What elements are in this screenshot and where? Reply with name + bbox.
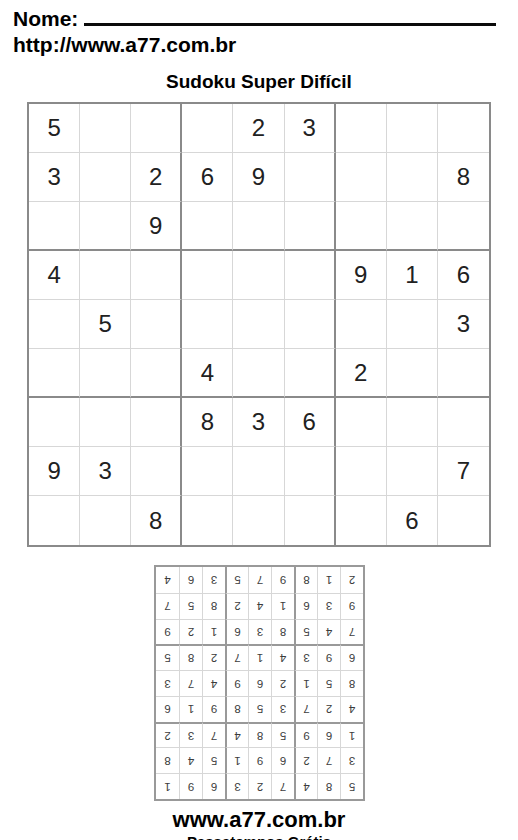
solution-cell-r5c1: 8 [340,670,363,696]
solution-cell-r6c8: 8 [179,644,202,670]
cell-r7c2[interactable] [80,398,131,447]
cell-r4c6[interactable] [285,251,336,300]
solution-cell-r1c5: 2 [248,773,271,799]
solution-cell-r4c3: 7 [294,696,317,722]
cell-r8c8[interactable] [387,447,438,496]
cell-r7c7[interactable] [336,398,387,447]
solution-cell-r4c2: 2 [317,696,340,722]
cell-r7c6[interactable]: 6 [285,398,336,447]
page-title: Sudoku Super Difícil [0,71,518,93]
solution-cell-r5c5: 6 [248,670,271,696]
cell-r2c5[interactable]: 9 [233,153,284,202]
solution-cell-r8c8: 5 [179,593,202,619]
cell-r5c8[interactable] [387,300,438,349]
sudoku-grid: 5233269894916534283693786 [27,102,491,547]
footer-site: www.a77.com.br [0,808,518,832]
cell-r8c9[interactable]: 7 [438,447,489,496]
cell-r2c1[interactable]: 3 [29,153,80,202]
cell-r4c1[interactable]: 4 [29,251,80,300]
solution-cell-r3c5: 8 [248,722,271,748]
cell-r2c6[interactable] [285,153,336,202]
cell-r3c2[interactable] [80,202,131,251]
solution-cell-r6c7: 2 [202,644,225,670]
cell-r5c7[interactable] [336,300,387,349]
cell-r7c4[interactable]: 8 [182,398,233,447]
solution-cell-r9c3: 8 [294,567,317,593]
page-footer: www.a77.com.br Passatempos Grátis [0,808,518,840]
cell-r5c5[interactable] [233,300,284,349]
cell-r1c8[interactable] [387,104,438,153]
solution-cell-r7c5: 3 [248,619,271,645]
cell-r3c5[interactable] [233,202,284,251]
solution-cell-r8c9: 7 [156,593,179,619]
solution-cell-r6c6: 7 [225,644,248,670]
cell-r6c5[interactable] [233,349,284,398]
solution-cell-r2c6: 1 [225,747,248,773]
solution-cell-r9c2: 1 [317,567,340,593]
solution-cell-r4c6: 8 [225,696,248,722]
cell-r1c6[interactable]: 3 [285,104,336,153]
solution-cell-r6c9: 5 [156,644,179,670]
solution-cell-r3c8: 3 [179,722,202,748]
solution-cell-r6c4: 4 [271,644,294,670]
solution-cell-r1c8: 9 [179,773,202,799]
solution-cell-r1c6: 3 [225,773,248,799]
solution-cell-r5c2: 5 [317,670,340,696]
cell-r3c7[interactable] [336,202,387,251]
cell-r9c8[interactable]: 6 [387,496,438,545]
cell-r4c8[interactable]: 1 [387,251,438,300]
cell-r4c4[interactable] [182,251,233,300]
solution-cell-r3c9: 2 [156,722,179,748]
cell-r1c1[interactable]: 5 [29,104,80,153]
name-label: Nome: [13,7,78,30]
solution-cell-r5c8: 7 [179,670,202,696]
cell-r6c6[interactable] [285,349,336,398]
cell-r8c3[interactable] [131,447,182,496]
solution-grid-upside-down: 5847236913726915481695847324273589168512… [154,565,365,801]
cell-r9c5[interactable] [233,496,284,545]
solution-cell-r7c2: 4 [317,619,340,645]
cell-r6c8[interactable] [387,349,438,398]
solution-cell-r1c2: 8 [317,773,340,799]
cell-r3c9[interactable] [438,202,489,251]
solution-cell-r7c9: 9 [156,619,179,645]
solution-cell-r5c9: 3 [156,670,179,696]
cell-r2c7[interactable] [336,153,387,202]
solution-cell-r2c1: 3 [340,747,363,773]
solution-cell-r4c5: 5 [248,696,271,722]
cell-r7c9[interactable] [438,398,489,447]
solution-cell-r4c1: 4 [340,696,363,722]
cell-r1c7[interactable] [336,104,387,153]
cell-r5c6[interactable] [285,300,336,349]
solution-cell-r9c4: 9 [271,567,294,593]
cell-r1c2[interactable] [80,104,131,153]
cell-r9c6[interactable] [285,496,336,545]
cell-r9c9[interactable] [438,496,489,545]
cell-r4c5[interactable] [233,251,284,300]
cell-r2c2[interactable] [80,153,131,202]
solution-cell-r8c3: 6 [294,593,317,619]
solution-cell-r7c3: 5 [294,619,317,645]
solution-cell-r7c1: 7 [340,619,363,645]
footer-tagline: Passatempos Grátis [0,832,518,840]
solution-cell-r2c8: 4 [179,747,202,773]
solution-cell-r2c9: 8 [156,747,179,773]
solution-cell-r1c3: 4 [294,773,317,799]
solution-cell-r7c6: 6 [225,619,248,645]
cell-r1c9[interactable] [438,104,489,153]
cell-r1c5[interactable]: 2 [233,104,284,153]
cell-r4c7[interactable]: 9 [336,251,387,300]
cell-r4c2[interactable] [80,251,131,300]
cell-r5c3[interactable] [131,300,182,349]
solution-cell-r9c8: 6 [179,567,202,593]
solution-cell-r2c4: 6 [271,747,294,773]
solution-cell-r8c7: 8 [202,593,225,619]
cell-r7c8[interactable] [387,398,438,447]
solution-cell-r9c7: 3 [202,567,225,593]
cell-r4c3[interactable] [131,251,182,300]
solution-cell-r7c4: 8 [271,619,294,645]
solution-cell-r8c6: 2 [225,593,248,619]
cell-r3c3[interactable]: 9 [131,202,182,251]
solution-cell-r3c1: 1 [340,722,363,748]
cell-r7c5[interactable]: 3 [233,398,284,447]
solution-cell-r9c9: 4 [156,567,179,593]
cell-r8c6[interactable] [285,447,336,496]
cell-r7c1[interactable] [29,398,80,447]
cell-r6c2[interactable] [80,349,131,398]
solution-cell-r8c4: 1 [271,593,294,619]
solution-cell-r2c7: 5 [202,747,225,773]
site-url: http://www.a77.com.br [13,32,518,58]
solution-cell-r6c3: 3 [294,644,317,670]
cell-r2c9[interactable]: 8 [438,153,489,202]
solution-cell-r5c7: 4 [202,670,225,696]
solution-cell-r5c6: 9 [225,670,248,696]
cell-r5c4[interactable] [182,300,233,349]
solution-cell-r7c8: 2 [179,619,202,645]
name-input-line[interactable] [84,5,496,26]
solution-cell-r3c4: 5 [271,722,294,748]
cell-r5c1[interactable] [29,300,80,349]
solution-cell-r9c1: 2 [340,567,363,593]
solution-cell-r9c5: 7 [248,567,271,593]
solution-cell-r4c8: 1 [179,696,202,722]
solution-cell-r4c9: 6 [156,696,179,722]
solution-cell-r3c2: 6 [317,722,340,748]
solution-cell-r2c3: 2 [294,747,317,773]
solution-cell-r2c2: 7 [317,747,340,773]
solution-cell-r8c5: 4 [248,593,271,619]
cell-r3c8[interactable] [387,202,438,251]
cell-r9c4[interactable] [182,496,233,545]
solution-cell-r8c1: 9 [340,593,363,619]
cell-r9c1[interactable] [29,496,80,545]
cell-r4c9[interactable]: 6 [438,251,489,300]
cell-r8c1[interactable]: 9 [29,447,80,496]
cell-r3c6[interactable] [285,202,336,251]
solution-cell-r3c3: 9 [294,722,317,748]
solution-cell-r6c2: 9 [317,644,340,670]
solution-cell-r4c4: 3 [271,696,294,722]
solution-cell-r6c5: 1 [248,644,271,670]
cell-r8c2[interactable]: 3 [80,447,131,496]
cell-r8c7[interactable] [336,447,387,496]
cell-r8c4[interactable] [182,447,233,496]
cell-r7c3[interactable] [131,398,182,447]
cell-r3c4[interactable] [182,202,233,251]
cell-r1c3[interactable] [131,104,182,153]
cell-r6c4[interactable]: 4 [182,349,233,398]
cell-r6c9[interactable] [438,349,489,398]
cell-r2c4[interactable]: 6 [182,153,233,202]
solution-cell-r1c4: 7 [271,773,294,799]
solution-cell-r4c7: 9 [202,696,225,722]
solution-cell-r3c6: 4 [225,722,248,748]
cell-r8c5[interactable] [233,447,284,496]
solution-cell-r7c7: 1 [202,619,225,645]
solution-cell-r5c3: 1 [294,670,317,696]
solution-cell-r3c7: 7 [202,722,225,748]
solution-cell-r1c9: 1 [156,773,179,799]
cell-r9c2[interactable] [80,496,131,545]
cell-r6c7[interactable]: 2 [336,349,387,398]
solution-cell-r6c1: 6 [340,644,363,670]
cell-r6c3[interactable] [131,349,182,398]
solution-cell-r1c1: 5 [340,773,363,799]
page-header: Nome: http://www.a77.com.br [0,0,518,58]
cell-r1c4[interactable] [182,104,233,153]
solution-cell-r8c2: 3 [317,593,340,619]
solution-cell-r1c7: 6 [202,773,225,799]
solution-cell-r2c5: 9 [248,747,271,773]
cell-r2c8[interactable] [387,153,438,202]
solution-cell-r5c4: 2 [271,670,294,696]
cell-r3c1[interactable] [29,202,80,251]
cell-r5c2[interactable]: 5 [80,300,131,349]
cell-r2c3[interactable]: 2 [131,153,182,202]
cell-r6c1[interactable] [29,349,80,398]
cell-r5c9[interactable]: 3 [438,300,489,349]
solution-cell-r9c6: 5 [225,567,248,593]
cell-r9c7[interactable] [336,496,387,545]
cell-r9c3[interactable]: 8 [131,496,182,545]
